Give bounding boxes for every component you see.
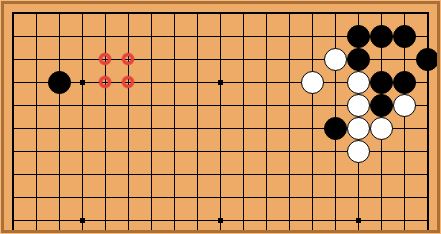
white-stone bbox=[347, 94, 370, 117]
black-stone bbox=[324, 117, 347, 140]
circle-marker bbox=[99, 53, 111, 65]
circle-marker bbox=[122, 76, 134, 88]
go-board bbox=[1, 1, 440, 233]
black-stone bbox=[393, 25, 416, 48]
black-stone bbox=[370, 25, 393, 48]
grid-line-vertical bbox=[82, 12, 83, 230]
hoshi-point bbox=[80, 80, 85, 85]
hoshi-point bbox=[80, 218, 85, 223]
grid-line-vertical bbox=[36, 12, 37, 230]
hoshi-point bbox=[218, 80, 223, 85]
white-stone bbox=[324, 48, 347, 71]
go-diagram bbox=[0, 0, 441, 234]
black-stone bbox=[370, 71, 393, 94]
circle-marker bbox=[122, 53, 134, 65]
black-stone bbox=[393, 71, 416, 94]
black-stone bbox=[347, 25, 370, 48]
grid-line-vertical bbox=[59, 12, 60, 230]
black-stone bbox=[347, 48, 370, 71]
black-stone bbox=[370, 94, 393, 117]
grid-line-vertical bbox=[12, 12, 14, 230]
board-grid bbox=[4, 4, 437, 230]
black-stone bbox=[416, 48, 439, 71]
grid-line-vertical bbox=[128, 12, 129, 230]
grid-line-vertical bbox=[105, 12, 106, 230]
white-stone bbox=[347, 140, 370, 163]
grid-line-vertical bbox=[289, 12, 290, 230]
grid-line-vertical bbox=[197, 12, 198, 230]
grid-line-vertical bbox=[174, 12, 175, 230]
black-stone bbox=[48, 71, 71, 94]
white-stone bbox=[301, 71, 324, 94]
white-stone bbox=[347, 71, 370, 94]
white-stone bbox=[347, 117, 370, 140]
grid-line-vertical bbox=[266, 12, 267, 230]
grid-line-vertical bbox=[427, 12, 429, 230]
circle-marker bbox=[99, 76, 111, 88]
grid-line-vertical bbox=[151, 12, 152, 230]
white-stone bbox=[393, 94, 416, 117]
white-stone bbox=[370, 117, 393, 140]
grid-line-vertical bbox=[220, 12, 221, 230]
hoshi-point bbox=[218, 218, 223, 223]
grid-line-vertical bbox=[243, 12, 244, 230]
hoshi-point bbox=[356, 218, 361, 223]
grid-line-vertical bbox=[312, 12, 313, 230]
